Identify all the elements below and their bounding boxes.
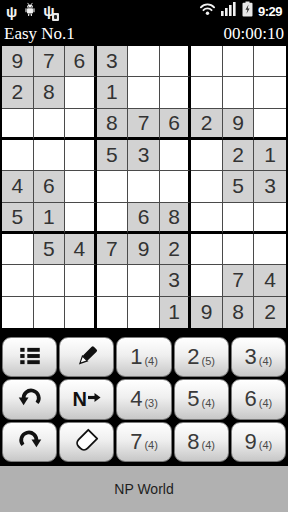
cell-r4c2[interactable]: [34, 140, 66, 171]
cell-r7c7[interactable]: [191, 234, 223, 265]
cell-r6c6[interactable]: 8: [160, 203, 192, 234]
digit-button-9[interactable]: 9 (4): [231, 422, 286, 462]
cell-r4c8[interactable]: 2: [223, 140, 255, 171]
digit-button-5[interactable]: 5 (4): [174, 379, 229, 419]
cell-r3c3[interactable]: [65, 109, 97, 140]
cell-r4c5[interactable]: 3: [128, 140, 160, 171]
status-bar: ψ ψ: [0, 0, 288, 22]
digit-button-8[interactable]: 8 (4): [174, 422, 229, 462]
cell-r9c3[interactable]: [65, 297, 97, 328]
cell-r5c5[interactable]: [128, 171, 160, 202]
battery-charging-icon: [242, 1, 253, 21]
puzzle-title: Easy No.1: [4, 24, 75, 44]
cell-r3c5[interactable]: 7: [128, 109, 160, 140]
cell-r5c4[interactable]: [97, 171, 129, 202]
ad-text: NP World: [114, 481, 173, 497]
usb-icon: ψ: [6, 4, 17, 19]
pencil-icon: [74, 343, 100, 372]
game-timer: 00:00:10: [224, 24, 284, 44]
cell-r6c4[interactable]: [97, 203, 129, 234]
cell-r9c1[interactable]: [2, 297, 34, 328]
cell-r5c8[interactable]: 5: [223, 171, 255, 202]
cell-r5c9[interactable]: 3: [254, 171, 286, 202]
cell-r5c3[interactable]: [65, 171, 97, 202]
cell-r7c4[interactable]: 7: [97, 234, 129, 265]
menu-button[interactable]: [2, 337, 57, 377]
cell-r2c8[interactable]: [223, 77, 255, 108]
cell-r7c8[interactable]: [223, 234, 255, 265]
cell-r9c8[interactable]: 8: [223, 297, 255, 328]
n-arrow-icon: [88, 391, 101, 407]
cell-r1c5[interactable]: [128, 46, 160, 77]
toolbar: 1 (4) 2 (5) 3 (4) N 4 (3) 5 (4): [0, 331, 288, 466]
cell-r9c9[interactable]: 2: [254, 297, 286, 328]
cell-r1c7[interactable]: [191, 46, 223, 77]
cell-r2c7[interactable]: [191, 77, 223, 108]
cell-r8c4[interactable]: [97, 265, 129, 296]
cell-r4c1[interactable]: [2, 140, 34, 171]
usb-debug-icon: ψ: [43, 2, 54, 20]
cell-r1c8[interactable]: [223, 46, 255, 77]
cell-r3c2[interactable]: [34, 109, 66, 140]
cell-r6c7[interactable]: [191, 203, 223, 234]
digit-button-2[interactable]: 2 (5): [174, 337, 229, 377]
cell-r8c2[interactable]: [34, 265, 66, 296]
cell-r3c6[interactable]: 6: [160, 109, 192, 140]
cell-r2c5[interactable]: [128, 77, 160, 108]
cell-r4c4[interactable]: 5: [97, 140, 129, 171]
cell-r9c2[interactable]: [34, 297, 66, 328]
list-icon: [17, 343, 43, 372]
cell-r2c3[interactable]: [65, 77, 97, 108]
cell-r3c7[interactable]: 2: [191, 109, 223, 140]
cell-r5c2[interactable]: 6: [34, 171, 66, 202]
cell-r3c4[interactable]: 8: [97, 109, 129, 140]
cell-r3c9[interactable]: [254, 109, 286, 140]
cell-r7c1[interactable]: [2, 234, 34, 265]
pencil-button[interactable]: [59, 337, 114, 377]
cell-r1c1[interactable]: 9: [2, 46, 34, 77]
cell-r1c6[interactable]: [160, 46, 192, 77]
cell-r1c4[interactable]: 3: [97, 46, 129, 77]
cell-r9c4[interactable]: [97, 297, 129, 328]
status-left-icons: ψ ψ: [6, 2, 55, 21]
digit-button-6[interactable]: 6 (4): [231, 379, 286, 419]
cell-r1c9[interactable]: [254, 46, 286, 77]
cell-r2c1[interactable]: 2: [2, 77, 34, 108]
cell-r8c6[interactable]: 3: [160, 265, 192, 296]
cell-r9c6[interactable]: 1: [160, 297, 192, 328]
cell-r8c7[interactable]: [191, 265, 223, 296]
cell-r5c6[interactable]: [160, 171, 192, 202]
status-right-icons: 9:29: [199, 1, 282, 21]
cell-r9c5[interactable]: [128, 297, 160, 328]
cell-r5c1[interactable]: 4: [2, 171, 34, 202]
cell-r6c8[interactable]: [223, 203, 255, 234]
cell-r2c6[interactable]: [160, 77, 192, 108]
cell-r6c2[interactable]: 1: [34, 203, 66, 234]
cell-r4c9[interactable]: 1: [254, 140, 286, 171]
title-bar: Easy No.1 00:00:10: [0, 22, 288, 45]
cell-r8c5[interactable]: [128, 265, 160, 296]
cell-r5c7[interactable]: [191, 171, 223, 202]
wifi-icon: [199, 2, 216, 20]
cell-r2c4[interactable]: 1: [97, 77, 129, 108]
sudoku-board: 976328187629532146535168547923741982: [0, 45, 288, 331]
cell-r2c2[interactable]: 8: [34, 77, 66, 108]
cell-r4c3[interactable]: [65, 140, 97, 171]
ad-banner[interactable]: NP World: [0, 466, 288, 512]
cell-r8c9[interactable]: 4: [254, 265, 286, 296]
cell-r2c9[interactable]: [254, 77, 286, 108]
n-label: N: [73, 389, 87, 409]
cell-r1c3[interactable]: 6: [65, 46, 97, 77]
redo-icon: [17, 427, 43, 456]
cell-r9c7[interactable]: 9: [191, 297, 223, 328]
status-clock: 9:29: [258, 4, 282, 19]
eraser-icon: [74, 427, 100, 456]
cell-r8c3[interactable]: [65, 265, 97, 296]
redo-button[interactable]: [2, 422, 57, 462]
cell-r3c1[interactable]: [2, 109, 34, 140]
digit-button-1[interactable]: 1 (4): [116, 337, 171, 377]
cell-r6c5[interactable]: 6: [128, 203, 160, 234]
cell-r7c5[interactable]: 9: [128, 234, 160, 265]
cell-r8c1[interactable]: [2, 265, 34, 296]
digit-button-4[interactable]: 4 (3): [116, 379, 171, 419]
android-icon: [23, 2, 37, 21]
cell-r6c3[interactable]: [65, 203, 97, 234]
digit-button-7[interactable]: 7 (4): [116, 422, 171, 462]
eraser-button[interactable]: [59, 422, 114, 462]
undo-button[interactable]: [2, 379, 57, 419]
cell-r6c1[interactable]: 5: [2, 203, 34, 234]
cell-r7c6[interactable]: 2: [160, 234, 192, 265]
next-number-button[interactable]: N: [59, 379, 114, 419]
cell-r1c2[interactable]: 7: [34, 46, 66, 77]
cell-r8c8[interactable]: 7: [223, 265, 255, 296]
cell-r7c2[interactable]: 5: [34, 234, 66, 265]
cell-r4c7[interactable]: [191, 140, 223, 171]
cell-r6c9[interactable]: [254, 203, 286, 234]
cell-r7c9[interactable]: [254, 234, 286, 265]
cell-r4c6[interactable]: [160, 140, 192, 171]
cell-r3c8[interactable]: 9: [223, 109, 255, 140]
digit-button-3[interactable]: 3 (4): [231, 337, 286, 377]
undo-icon: [17, 385, 43, 414]
signal-strength-icon: [221, 2, 237, 20]
cell-r7c3[interactable]: 4: [65, 234, 97, 265]
